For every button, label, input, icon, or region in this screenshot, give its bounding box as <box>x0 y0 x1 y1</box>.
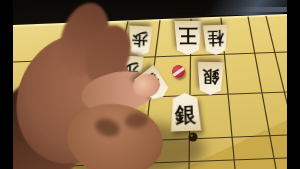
piece-gote-king[interactable]: 王 <box>174 21 202 55</box>
red-token[interactable] <box>172 65 185 78</box>
silver-kanji: 銀 <box>175 104 197 126</box>
letterbox-left <box>0 0 13 169</box>
red-token-stripe <box>172 65 185 78</box>
king-kanji: 王 <box>179 26 198 45</box>
knight-kanji: 桂 <box>207 30 224 47</box>
photo-area: 歩 王 桂 歩 銀 銀 歩 <box>13 0 287 169</box>
piece-gote-knight[interactable]: 桂 <box>202 25 228 56</box>
piece-gote-silver[interactable]: 銀 <box>197 62 225 95</box>
letterbox-right <box>287 0 300 169</box>
silver-kanji: 銀 <box>202 68 219 85</box>
piece-gote-pawn-back[interactable]: 歩 <box>127 25 153 56</box>
piece-sente-silver[interactable]: 銀 <box>169 92 201 131</box>
screenshot: 歩 王 桂 歩 銀 銀 歩 <box>0 0 300 169</box>
pawn-kanji: 歩 <box>132 31 149 48</box>
